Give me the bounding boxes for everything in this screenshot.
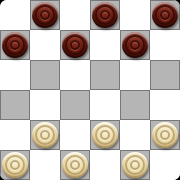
square-b5[interactable] [30,30,60,60]
square-e6[interactable] [120,0,150,30]
square-d6[interactable] [90,0,120,30]
square-b2[interactable] [30,120,60,150]
checkers-board [0,0,180,180]
square-b4[interactable] [30,60,60,90]
light-piece[interactable] [32,122,58,148]
light-piece[interactable] [152,122,178,148]
square-f2[interactable] [150,120,180,150]
light-piece[interactable] [62,152,88,178]
square-a2[interactable] [0,120,30,150]
square-b3[interactable] [30,90,60,120]
square-c5[interactable] [60,30,90,60]
dark-piece[interactable] [152,2,178,28]
dark-piece[interactable] [122,32,148,58]
square-f6[interactable] [150,0,180,30]
square-f1[interactable] [150,150,180,180]
square-d3[interactable] [90,90,120,120]
square-d5[interactable] [90,30,120,60]
square-a3[interactable] [0,90,30,120]
square-d4[interactable] [90,60,120,90]
square-e1[interactable] [120,150,150,180]
square-c4[interactable] [60,60,90,90]
light-piece[interactable] [122,152,148,178]
square-b1[interactable] [30,150,60,180]
square-a5[interactable] [0,30,30,60]
square-c3[interactable] [60,90,90,120]
light-piece[interactable] [2,152,28,178]
app-background [0,0,180,180]
dark-piece[interactable] [62,32,88,58]
square-d2[interactable] [90,120,120,150]
square-c2[interactable] [60,120,90,150]
square-f5[interactable] [150,30,180,60]
square-a4[interactable] [0,60,30,90]
square-e2[interactable] [120,120,150,150]
square-f3[interactable] [150,90,180,120]
square-a1[interactable] [0,150,30,180]
square-e3[interactable] [120,90,150,120]
dark-piece[interactable] [2,32,28,58]
dark-piece[interactable] [32,2,58,28]
square-c6[interactable] [60,0,90,30]
square-b6[interactable] [30,0,60,30]
square-d1[interactable] [90,150,120,180]
dark-piece[interactable] [92,2,118,28]
square-c1[interactable] [60,150,90,180]
square-e5[interactable] [120,30,150,60]
square-e4[interactable] [120,60,150,90]
square-a6[interactable] [0,0,30,30]
light-piece[interactable] [92,122,118,148]
square-f4[interactable] [150,60,180,90]
